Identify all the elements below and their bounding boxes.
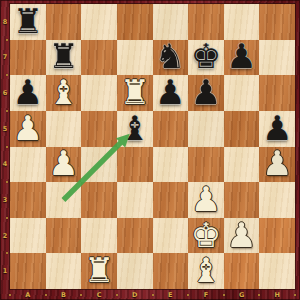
chess-board: ♜♜♞♚♟♟♝♜♟♟♟♝♟♟♟♟♚♟♜♝ bbox=[10, 4, 295, 289]
square-f5[interactable] bbox=[188, 111, 224, 147]
square-f6[interactable]: ♟ bbox=[188, 75, 224, 111]
board-frame: ♜♜♞♚♟♟♝♜♟♟♟♝♟♟♟♟♚♟♜♝ 87654321ABCDEFGH bbox=[0, 0, 300, 300]
black-pawn-piece[interactable]: ♟ bbox=[191, 75, 221, 109]
square-g2[interactable]: ♟ bbox=[224, 218, 260, 254]
square-c3[interactable] bbox=[81, 182, 117, 218]
frame-stud bbox=[116, 294, 118, 296]
frame-stud bbox=[6, 217, 8, 219]
square-b2[interactable] bbox=[46, 218, 82, 254]
square-d6[interactable]: ♜ bbox=[117, 75, 153, 111]
square-h5[interactable]: ♟ bbox=[259, 111, 295, 147]
black-knight-piece[interactable]: ♞ bbox=[155, 39, 185, 73]
black-pawn-piece[interactable]: ♟ bbox=[226, 39, 256, 73]
frame-stud bbox=[294, 294, 296, 296]
frame-stud bbox=[45, 294, 47, 296]
square-e4[interactable] bbox=[153, 147, 189, 183]
frame-stud bbox=[258, 294, 260, 296]
square-h7[interactable] bbox=[259, 40, 295, 76]
square-e7[interactable]: ♞ bbox=[153, 40, 189, 76]
square-h8[interactable] bbox=[259, 4, 295, 40]
square-b1[interactable] bbox=[46, 253, 82, 289]
file-label-e: E bbox=[168, 291, 172, 299]
rank-label-2: 2 bbox=[0, 232, 10, 240]
square-e8[interactable] bbox=[153, 4, 189, 40]
square-g4[interactable] bbox=[224, 147, 260, 183]
square-g3[interactable] bbox=[224, 182, 260, 218]
square-d5[interactable]: ♝ bbox=[117, 111, 153, 147]
square-d1[interactable] bbox=[117, 253, 153, 289]
square-f1[interactable]: ♝ bbox=[188, 253, 224, 289]
square-g5[interactable] bbox=[224, 111, 260, 147]
black-king-piece[interactable]: ♚ bbox=[191, 39, 221, 73]
rank-label-3: 3 bbox=[0, 196, 10, 204]
frame-stud bbox=[6, 252, 8, 254]
black-bishop-piece[interactable]: ♝ bbox=[119, 111, 149, 145]
black-rook-piece[interactable]: ♜ bbox=[48, 39, 78, 73]
square-h3[interactable] bbox=[259, 182, 295, 218]
square-f4[interactable] bbox=[188, 147, 224, 183]
square-e2[interactable] bbox=[153, 218, 189, 254]
square-a8[interactable]: ♜ bbox=[10, 4, 46, 40]
square-d7[interactable] bbox=[117, 40, 153, 76]
file-label-f: F bbox=[204, 291, 208, 299]
square-b6[interactable]: ♝ bbox=[46, 75, 82, 111]
square-g8[interactable] bbox=[224, 4, 260, 40]
white-pawn-piece[interactable]: ♟ bbox=[191, 182, 221, 216]
square-c2[interactable] bbox=[81, 218, 117, 254]
white-pawn-piece[interactable]: ♟ bbox=[48, 146, 78, 180]
square-d3[interactable] bbox=[117, 182, 153, 218]
file-label-b: B bbox=[61, 291, 66, 299]
square-b4[interactable]: ♟ bbox=[46, 147, 82, 183]
white-pawn-piece[interactable]: ♟ bbox=[226, 218, 256, 252]
frame-stud bbox=[6, 146, 8, 148]
rank-label-1: 1 bbox=[0, 267, 10, 275]
square-e5[interactable] bbox=[153, 111, 189, 147]
square-f7[interactable]: ♚ bbox=[188, 40, 224, 76]
square-h6[interactable] bbox=[259, 75, 295, 111]
file-label-c: C bbox=[97, 291, 102, 299]
white-bishop-piece[interactable]: ♝ bbox=[48, 75, 78, 109]
square-c6[interactable] bbox=[81, 75, 117, 111]
square-b7[interactable]: ♜ bbox=[46, 40, 82, 76]
frame-stud bbox=[6, 181, 8, 183]
rank-label-5: 5 bbox=[0, 125, 10, 133]
file-label-g: G bbox=[239, 291, 244, 299]
square-a1[interactable] bbox=[10, 253, 46, 289]
square-h2[interactable] bbox=[259, 218, 295, 254]
frame-stud bbox=[9, 294, 11, 296]
square-g7[interactable]: ♟ bbox=[224, 40, 260, 76]
square-c7[interactable] bbox=[81, 40, 117, 76]
file-label-d: D bbox=[132, 291, 137, 299]
file-label-a: A bbox=[25, 291, 30, 299]
square-e1[interactable] bbox=[153, 253, 189, 289]
frame-stud bbox=[80, 294, 82, 296]
square-a3[interactable] bbox=[10, 182, 46, 218]
white-rook-piece[interactable]: ♜ bbox=[84, 253, 114, 287]
square-h1[interactable] bbox=[259, 253, 295, 289]
white-pawn-piece[interactable]: ♟ bbox=[262, 146, 292, 180]
frame-stud bbox=[6, 39, 8, 41]
square-g6[interactable] bbox=[224, 75, 260, 111]
black-pawn-piece[interactable]: ♟ bbox=[262, 111, 292, 145]
white-pawn-piece[interactable]: ♟ bbox=[13, 111, 43, 145]
square-b3[interactable] bbox=[46, 182, 82, 218]
rank-label-7: 7 bbox=[0, 53, 10, 61]
white-rook-piece[interactable]: ♜ bbox=[119, 75, 149, 109]
rank-label-8: 8 bbox=[0, 18, 10, 26]
square-f3[interactable]: ♟ bbox=[188, 182, 224, 218]
frame-stud bbox=[152, 294, 154, 296]
square-c4[interactable] bbox=[81, 147, 117, 183]
square-f2[interactable]: ♚ bbox=[188, 218, 224, 254]
black-rook-piece[interactable]: ♜ bbox=[13, 4, 43, 38]
black-pawn-piece[interactable]: ♟ bbox=[155, 75, 185, 109]
square-a5[interactable]: ♟ bbox=[10, 111, 46, 147]
square-b5[interactable] bbox=[46, 111, 82, 147]
white-bishop-piece[interactable]: ♝ bbox=[191, 253, 221, 287]
square-d2[interactable] bbox=[117, 218, 153, 254]
square-d8[interactable] bbox=[117, 4, 153, 40]
frame-stud bbox=[6, 74, 8, 76]
square-b8[interactable] bbox=[46, 4, 82, 40]
frame-stud bbox=[223, 294, 225, 296]
square-a4[interactable] bbox=[10, 147, 46, 183]
square-a6[interactable]: ♟ bbox=[10, 75, 46, 111]
white-king-piece[interactable]: ♚ bbox=[191, 218, 221, 252]
square-e3[interactable] bbox=[153, 182, 189, 218]
square-a7[interactable] bbox=[10, 40, 46, 76]
square-h4[interactable]: ♟ bbox=[259, 147, 295, 183]
square-c1[interactable]: ♜ bbox=[81, 253, 117, 289]
square-d4[interactable] bbox=[117, 147, 153, 183]
square-c5[interactable] bbox=[81, 111, 117, 147]
square-f8[interactable] bbox=[188, 4, 224, 40]
black-pawn-piece[interactable]: ♟ bbox=[13, 75, 43, 109]
square-g1[interactable] bbox=[224, 253, 260, 289]
rank-label-6: 6 bbox=[0, 89, 10, 97]
square-e6[interactable]: ♟ bbox=[153, 75, 189, 111]
square-a2[interactable] bbox=[10, 218, 46, 254]
file-label-h: H bbox=[274, 291, 279, 299]
square-c8[interactable] bbox=[81, 4, 117, 40]
frame-stud bbox=[6, 110, 8, 112]
frame-stud bbox=[187, 294, 189, 296]
rank-label-4: 4 bbox=[0, 160, 10, 168]
